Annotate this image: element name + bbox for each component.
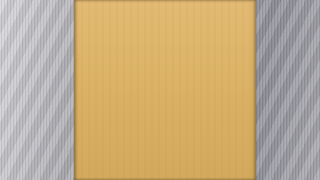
video-frame <box>0 0 320 180</box>
go-board-panel <box>74 0 256 180</box>
board-grid <box>74 0 256 180</box>
